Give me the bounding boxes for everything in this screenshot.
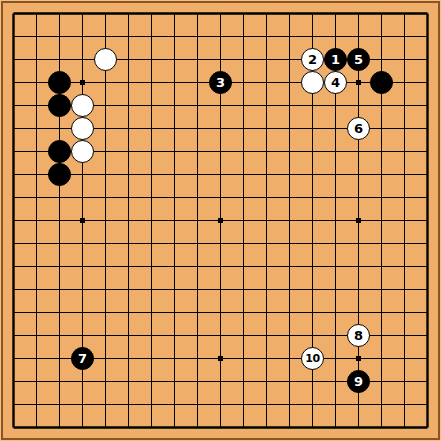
- stone-white-move-8: 8: [347, 324, 370, 347]
- move-number-label: 1: [331, 53, 340, 66]
- stone-black-c16: [48, 71, 71, 94]
- stone-white-move-10: 10: [301, 347, 324, 370]
- stone-black-move-3: 3: [209, 71, 232, 94]
- go-board: 12345678910: [0, 0, 441, 441]
- move-number-label: 2: [308, 53, 317, 66]
- move-number-label: 4: [331, 76, 340, 89]
- move-number-label: 3: [216, 76, 225, 89]
- move-number-label: 9: [354, 375, 363, 388]
- stone-white-move-4: 4: [324, 71, 347, 94]
- stone-black-move-9: 9: [347, 370, 370, 393]
- stone-grid: 12345678910: [2, 2, 439, 439]
- stone-black-move-5: 5: [347, 48, 370, 71]
- stone-black-move-1: 1: [324, 48, 347, 71]
- stone-black-c15: [48, 94, 71, 117]
- stone-white-move-6: 6: [347, 117, 370, 140]
- move-number-label: 5: [354, 53, 363, 66]
- move-number-label: 8: [354, 329, 363, 342]
- move-number-label: 6: [354, 122, 363, 135]
- stone-white-move-2: 2: [301, 48, 324, 71]
- move-number-label: 10: [305, 353, 319, 364]
- move-number-label: 7: [78, 352, 87, 365]
- stone-white-e17: [94, 48, 117, 71]
- stone-white-o16: [301, 71, 324, 94]
- stone-black-c12: [48, 163, 71, 186]
- stone-black-r16: [370, 71, 393, 94]
- stone-white-d13: [71, 140, 94, 163]
- stone-black-move-7: 7: [71, 347, 94, 370]
- stone-white-d15: [71, 94, 94, 117]
- stone-black-c13: [48, 140, 71, 163]
- stone-white-d14: [71, 117, 94, 140]
